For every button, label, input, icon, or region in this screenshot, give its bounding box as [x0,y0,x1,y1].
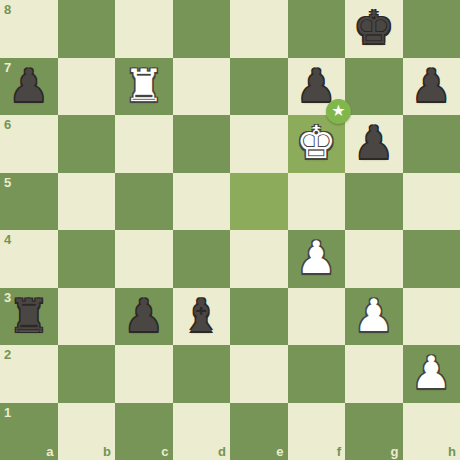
square-g8[interactable]: ♚ [345,0,403,58]
file-label-f: f [337,445,341,458]
square-a2[interactable]: 2 [0,345,58,403]
file-label-a: a [46,445,53,458]
file-label-d: d [218,445,226,458]
square-d6[interactable] [173,115,231,173]
square-d2[interactable] [173,345,231,403]
chess-board: 8♚7♟♜♟♟6♚★♟54♟3♜♟♝♟2♟1abcdefgh [0,0,460,460]
square-b4[interactable] [58,230,116,288]
square-h2[interactable]: ♟ [403,345,460,403]
piece-white-pawn-h2[interactable]: ♟ [411,350,451,395]
piece-black-pawn-c3[interactable]: ♟ [124,293,164,338]
piece-white-rook-c7[interactable]: ♜ [124,63,164,108]
square-a4[interactable]: 4 [0,230,58,288]
piece-white-pawn-f4[interactable]: ♟ [296,235,336,280]
piece-white-pawn-g3[interactable]: ♟ [354,293,394,338]
piece-black-pawn-a7[interactable]: ♟ [9,63,49,108]
square-g2[interactable] [345,345,403,403]
square-b3[interactable] [58,288,116,346]
square-b1[interactable]: b [58,403,116,460]
square-c1[interactable]: c [115,403,173,460]
square-f8[interactable] [288,0,346,58]
square-g5[interactable] [345,173,403,231]
square-a1[interactable]: 1a [0,403,58,460]
star-icon: ★ [331,103,345,119]
square-e4[interactable] [230,230,288,288]
square-h1[interactable]: h [403,403,460,460]
file-label-c: c [161,445,168,458]
rank-label-8: 8 [4,3,11,16]
square-g7[interactable] [345,58,403,116]
square-b5[interactable] [58,173,116,231]
square-e5[interactable] [230,173,288,231]
square-g3[interactable]: ♟ [345,288,403,346]
square-f5[interactable] [288,173,346,231]
square-g6[interactable]: ♟ [345,115,403,173]
piece-black-bishop-d3[interactable]: ♝ [181,293,221,338]
square-d4[interactable] [173,230,231,288]
rank-label-1: 1 [4,406,11,419]
best-move-star-badge: ★ [326,99,351,124]
file-label-b: b [103,445,111,458]
square-a8[interactable]: 8 [0,0,58,58]
square-e3[interactable] [230,288,288,346]
square-e1[interactable]: e [230,403,288,460]
square-e7[interactable] [230,58,288,116]
chess-board-container: 8♚7♟♜♟♟6♚★♟54♟3♜♟♝♟2♟1abcdefgh [0,0,460,460]
square-g1[interactable]: g [345,403,403,460]
square-b2[interactable] [58,345,116,403]
square-b6[interactable] [58,115,116,173]
square-b8[interactable] [58,0,116,58]
square-e2[interactable] [230,345,288,403]
square-c6[interactable] [115,115,173,173]
file-label-h: h [448,445,456,458]
square-b7[interactable] [58,58,116,116]
square-h5[interactable] [403,173,460,231]
square-d1[interactable]: d [173,403,231,460]
square-f1[interactable]: f [288,403,346,460]
piece-black-king-g8[interactable]: ♚ [354,5,394,50]
square-d5[interactable] [173,173,231,231]
square-c7[interactable]: ♜ [115,58,173,116]
square-f2[interactable] [288,345,346,403]
square-c5[interactable] [115,173,173,231]
square-h3[interactable] [403,288,460,346]
square-c8[interactable] [115,0,173,58]
square-a5[interactable]: 5 [0,173,58,231]
square-f4[interactable]: ♟ [288,230,346,288]
square-c4[interactable] [115,230,173,288]
square-c3[interactable]: ♟ [115,288,173,346]
rank-label-6: 6 [4,118,11,131]
rank-label-5: 5 [4,176,11,189]
square-a7[interactable]: 7♟ [0,58,58,116]
rank-label-4: 4 [4,233,11,246]
square-f3[interactable] [288,288,346,346]
square-e8[interactable] [230,0,288,58]
square-d8[interactable] [173,0,231,58]
square-h8[interactable] [403,0,460,58]
square-f6[interactable]: ♚★ [288,115,346,173]
square-a6[interactable]: 6 [0,115,58,173]
square-h6[interactable] [403,115,460,173]
square-d7[interactable] [173,58,231,116]
square-a3[interactable]: 3♜ [0,288,58,346]
piece-black-pawn-h7[interactable]: ♟ [411,63,451,108]
square-e6[interactable] [230,115,288,173]
piece-black-rook-a3[interactable]: ♜ [9,293,49,338]
file-label-g: g [391,445,399,458]
file-label-e: e [276,445,283,458]
square-c2[interactable] [115,345,173,403]
square-g4[interactable] [345,230,403,288]
square-d3[interactable]: ♝ [173,288,231,346]
piece-black-pawn-g6[interactable]: ♟ [354,120,394,165]
square-h7[interactable]: ♟ [403,58,460,116]
piece-white-king-f6[interactable]: ♚ [296,120,336,165]
square-h4[interactable] [403,230,460,288]
rank-label-2: 2 [4,348,11,361]
